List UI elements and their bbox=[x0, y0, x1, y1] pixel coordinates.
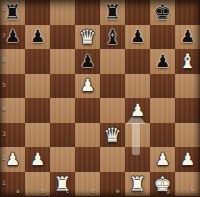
square-f8[interactable] bbox=[125, 0, 150, 25]
file-label-g: g bbox=[166, 188, 170, 194]
file-label-h: h bbox=[191, 188, 195, 194]
square-h5[interactable] bbox=[175, 74, 200, 99]
square-e5[interactable] bbox=[100, 74, 125, 99]
black-rook-icon: ♜ bbox=[4, 2, 22, 22]
chess-app: 87654321abcdefgh ♜♜♚♟♟♛♝♟♟♟♟♝♟♟♛♟♟♟♟♜♜♚ bbox=[0, 0, 200, 196]
black-pawn-h7[interactable]: ♟ bbox=[175, 25, 200, 50]
rank-label-8: 8 bbox=[2, 6, 6, 12]
square-c2[interactable] bbox=[50, 147, 75, 172]
square-e6[interactable] bbox=[100, 49, 125, 74]
white-queen-icon: ♛ bbox=[104, 125, 122, 145]
rank-label-5: 5 bbox=[2, 82, 6, 88]
square-g4[interactable] bbox=[150, 98, 175, 123]
white-queen-d7[interactable]: ♛ bbox=[75, 25, 100, 50]
square-c3[interactable] bbox=[50, 123, 75, 148]
white-pawn-h2[interactable]: ♟ bbox=[175, 147, 200, 172]
white-bishop-h6[interactable]: ♝ bbox=[175, 49, 200, 74]
rank-label-2: 2 bbox=[2, 155, 6, 161]
white-rook-icon: ♜ bbox=[129, 174, 147, 194]
black-pawn-icon: ♟ bbox=[80, 53, 95, 70]
black-pawn-icon: ♟ bbox=[155, 53, 170, 70]
square-b6[interactable] bbox=[25, 49, 50, 74]
square-e1[interactable] bbox=[100, 172, 125, 197]
rank-label-6: 6 bbox=[2, 57, 6, 63]
black-bishop-e7[interactable]: ♝ bbox=[100, 25, 125, 50]
file-label-e: e bbox=[116, 188, 120, 194]
rank-label-4: 4 bbox=[2, 106, 6, 112]
square-c5[interactable] bbox=[50, 74, 75, 99]
rank-label-7: 7 bbox=[2, 33, 6, 39]
white-pawn-icon: ♟ bbox=[5, 151, 20, 168]
square-d1[interactable] bbox=[75, 172, 100, 197]
black-bishop-icon: ♝ bbox=[104, 27, 122, 47]
file-label-a: a bbox=[16, 188, 20, 194]
square-d3[interactable] bbox=[75, 123, 100, 148]
square-b8[interactable] bbox=[25, 0, 50, 25]
square-h8[interactable] bbox=[175, 0, 200, 25]
white-rook-f1[interactable]: ♜ bbox=[125, 172, 150, 197]
white-pawn-icon: ♟ bbox=[30, 151, 45, 168]
square-h3[interactable] bbox=[175, 123, 200, 148]
square-c8[interactable] bbox=[50, 0, 75, 25]
square-c4[interactable] bbox=[50, 98, 75, 123]
black-king-g8[interactable]: ♚ bbox=[150, 0, 175, 25]
square-b5[interactable] bbox=[25, 74, 50, 99]
square-g5[interactable] bbox=[150, 74, 175, 99]
square-b3[interactable] bbox=[25, 123, 50, 148]
black-rook-a8[interactable]: ♜ bbox=[0, 0, 25, 25]
rank-label-1: 1 bbox=[2, 180, 6, 186]
white-queen-icon: ♛ bbox=[79, 27, 97, 47]
file-label-f: f bbox=[141, 188, 143, 194]
square-f2[interactable] bbox=[125, 147, 150, 172]
square-e4[interactable] bbox=[100, 98, 125, 123]
black-rook-e8[interactable]: ♜ bbox=[100, 0, 125, 25]
square-c7[interactable] bbox=[50, 25, 75, 50]
square-b4[interactable] bbox=[25, 98, 50, 123]
square-f6[interactable] bbox=[125, 49, 150, 74]
file-label-c: c bbox=[66, 188, 69, 194]
square-b1[interactable] bbox=[25, 172, 50, 197]
white-pawn-icon: ♟ bbox=[80, 77, 95, 94]
black-pawn-icon: ♟ bbox=[5, 28, 20, 45]
file-label-d: d bbox=[91, 188, 95, 194]
rank-label-3: 3 bbox=[2, 131, 6, 137]
black-pawn-icon: ♟ bbox=[130, 28, 145, 45]
square-e2[interactable] bbox=[100, 147, 125, 172]
square-d4[interactable] bbox=[75, 98, 100, 123]
black-pawn-g6[interactable]: ♟ bbox=[150, 49, 175, 74]
white-pawn-g2[interactable]: ♟ bbox=[150, 147, 175, 172]
white-pawn-icon: ♟ bbox=[180, 151, 195, 168]
white-pawn-icon: ♟ bbox=[155, 151, 170, 168]
white-pawn-d5[interactable]: ♟ bbox=[75, 74, 100, 99]
square-d8[interactable] bbox=[75, 0, 100, 25]
white-queen-e3[interactable]: ♛ bbox=[100, 123, 125, 148]
square-g3[interactable] bbox=[150, 123, 175, 148]
black-pawn-b7[interactable]: ♟ bbox=[25, 25, 50, 50]
square-g7[interactable] bbox=[150, 25, 175, 50]
square-h1[interactable] bbox=[175, 172, 200, 197]
square-d2[interactable] bbox=[75, 147, 100, 172]
square-f5[interactable] bbox=[125, 74, 150, 99]
white-king-g1[interactable]: ♚ bbox=[150, 172, 175, 197]
white-pawn-f4[interactable]: ♟ bbox=[125, 98, 150, 123]
file-label-b: b bbox=[41, 188, 45, 194]
black-pawn-f7[interactable]: ♟ bbox=[125, 25, 150, 50]
white-bishop-icon: ♝ bbox=[179, 51, 197, 71]
black-pawn-icon: ♟ bbox=[180, 28, 195, 45]
black-pawn-icon: ♟ bbox=[30, 28, 45, 45]
white-pawn-icon: ♟ bbox=[130, 102, 145, 119]
black-rook-icon: ♜ bbox=[104, 2, 122, 22]
white-pawn-b2[interactable]: ♟ bbox=[25, 147, 50, 172]
black-king-icon: ♚ bbox=[154, 2, 172, 22]
black-pawn-d6[interactable]: ♟ bbox=[75, 49, 100, 74]
square-h4[interactable] bbox=[175, 98, 200, 123]
white-rook-c1[interactable]: ♜ bbox=[50, 172, 75, 197]
square-f3[interactable] bbox=[125, 123, 150, 148]
square-c6[interactable] bbox=[50, 49, 75, 74]
